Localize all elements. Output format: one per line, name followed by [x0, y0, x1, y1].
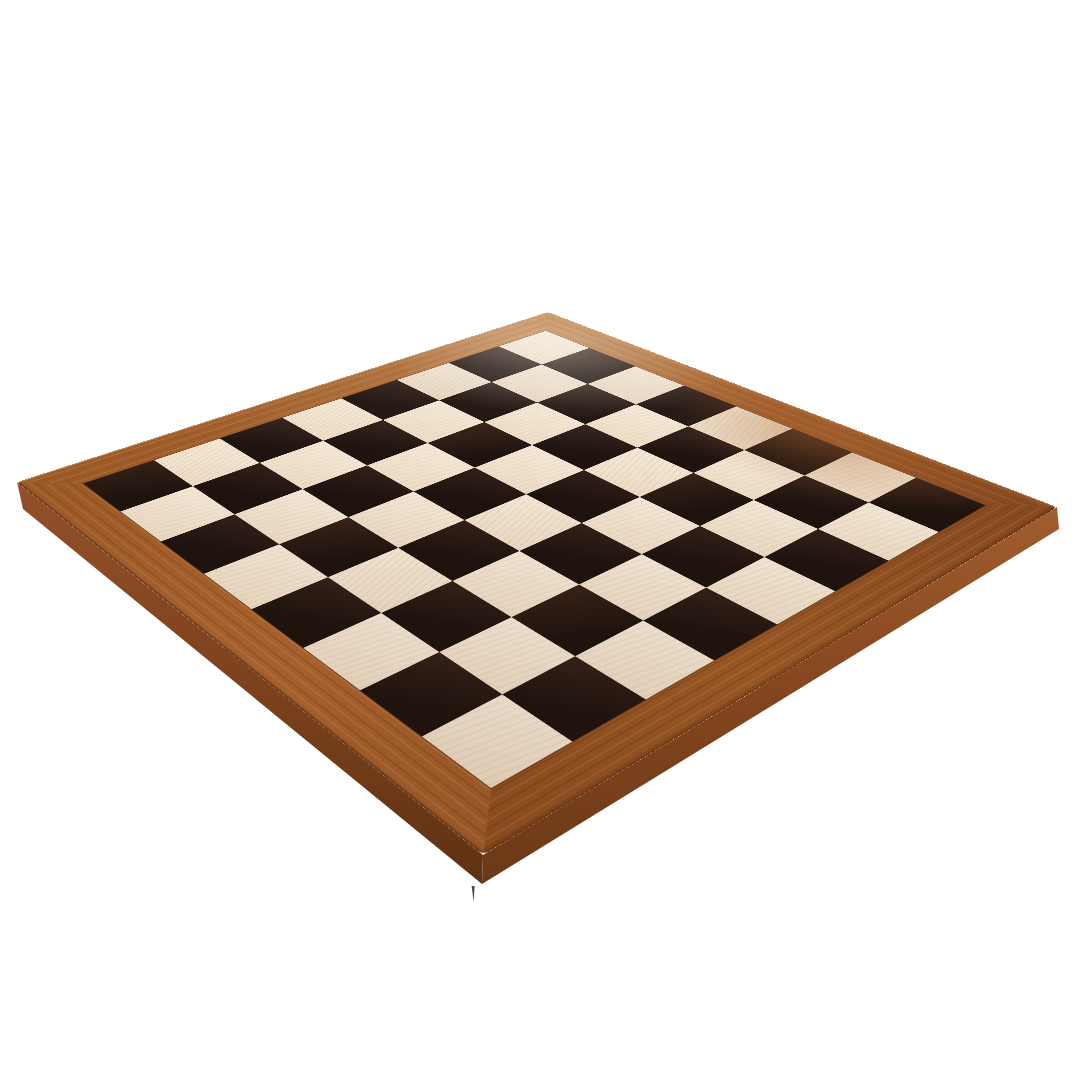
product-photo — [0, 0, 1080, 1080]
dust-speck — [472, 886, 475, 902]
